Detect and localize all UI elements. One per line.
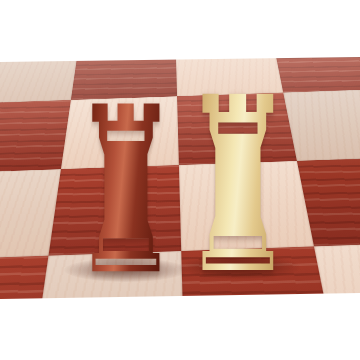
board-square [184,356,360,360]
board-square [351,0,360,33]
board-square [174,0,272,40]
board-square [0,43,79,103]
board-square [0,255,48,360]
board-square [336,350,360,360]
light-rook-glyph: ♜ [182,65,295,307]
board-square [263,0,360,36]
chessboard [0,0,360,360]
board-square [79,0,176,43]
board-square [314,241,360,355]
board-square [0,100,71,173]
board-scene [0,0,360,360]
board-square [283,88,360,160]
dark-rook-glyph: ♜ [72,77,179,307]
dark-rook-piece: ♜ [72,77,179,307]
light-rook-piece: ♜ [182,65,295,307]
board-square [0,0,86,46]
chess-product-photo: ♜ ♜ [0,0,360,360]
board-grid [0,0,360,360]
